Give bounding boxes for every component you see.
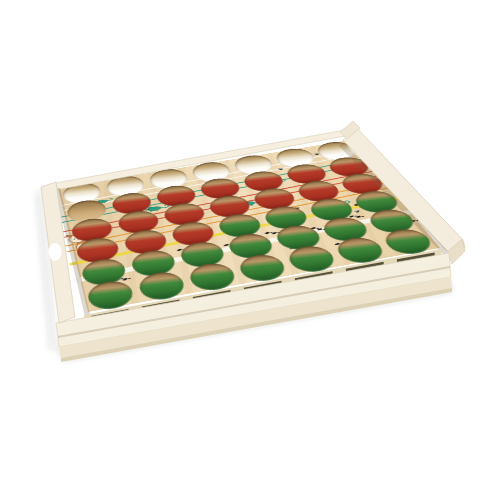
right-rail — [343, 127, 463, 253]
board-back-edge — [56, 129, 350, 190]
handle-cutout — [49, 243, 62, 261]
tray-frame — [0, 0, 480, 480]
product-photo-connect-four-tray — [0, 0, 480, 480]
seam-right — [339, 142, 448, 255]
